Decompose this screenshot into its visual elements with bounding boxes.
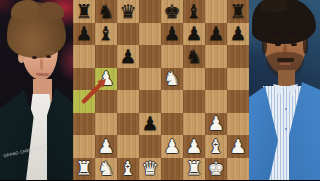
white-queen-d1: ♛ <box>141 159 158 178</box>
square-f1[interactable]: ♜ <box>183 158 205 181</box>
square-h3[interactable] <box>227 113 249 136</box>
square-b8[interactable]: ♞ <box>95 0 117 23</box>
square-e5[interactable]: ♞ <box>161 68 183 91</box>
square-c1[interactable]: ♝ <box>117 158 139 181</box>
square-b6[interactable] <box>95 45 117 68</box>
square-e1[interactable] <box>161 158 183 181</box>
square-c5[interactable] <box>117 68 139 91</box>
square-c4[interactable] <box>117 90 139 113</box>
square-b3[interactable] <box>95 113 117 136</box>
black-pawn-h7: ♟ <box>229 24 246 43</box>
video-frame: GRAND CHESS TOUR ♜♞♛♚♝♜♟♝♟♟♟♟♟♞♟♞♟♟♟♟♟♝♟… <box>0 0 320 180</box>
right-player-mustache <box>277 58 294 62</box>
square-d2[interactable] <box>139 135 161 158</box>
square-f5[interactable] <box>183 68 205 91</box>
white-rook-a1: ♜ <box>75 159 92 178</box>
square-h1[interactable] <box>227 158 249 181</box>
right-player-nose <box>283 45 287 57</box>
white-pawn-e2: ♟ <box>163 137 180 156</box>
shirt-button <box>285 108 287 110</box>
black-knight-f6: ♞ <box>185 47 202 66</box>
chess-board: ♜♞♛♚♝♜♟♝♟♟♟♟♟♞♟♞♟♟♟♟♟♝♟♜♞♝♛♜♚ <box>73 0 249 180</box>
white-rook-f1: ♜ <box>185 159 202 178</box>
square-b4[interactable] <box>95 90 117 113</box>
square-b5[interactable]: ♟ <box>95 68 117 91</box>
square-b2[interactable]: ♟ <box>95 135 117 158</box>
square-a8[interactable]: ♜ <box>73 0 95 23</box>
left-player-mouth <box>36 73 49 77</box>
white-knight-b1: ♞ <box>97 159 114 178</box>
board-area: ♜♞♛♚♝♜♟♝♟♟♟♟♟♞♟♞♟♟♟♟♟♝♟♜♞♝♛♜♚ <box>73 0 249 180</box>
black-rook-a8: ♜ <box>75 2 92 21</box>
square-c3[interactable] <box>117 113 139 136</box>
black-bishop-b7: ♝ <box>97 24 114 43</box>
black-pawn-g7: ♟ <box>207 24 224 43</box>
square-a7[interactable]: ♟ <box>73 23 95 46</box>
square-c8[interactable]: ♛ <box>117 0 139 23</box>
black-knight-b8: ♞ <box>97 2 114 21</box>
square-b7[interactable]: ♝ <box>95 23 117 46</box>
square-a2[interactable] <box>73 135 95 158</box>
square-g3[interactable]: ♟ <box>205 113 227 136</box>
square-d8[interactable] <box>139 0 161 23</box>
square-f8[interactable]: ♝ <box>183 0 205 23</box>
square-a1[interactable]: ♜ <box>73 158 95 181</box>
right-player-hair <box>252 0 316 44</box>
square-g6[interactable] <box>205 45 227 68</box>
black-king-e8: ♚ <box>163 2 180 21</box>
black-bishop-f8: ♝ <box>185 2 202 21</box>
square-a3[interactable] <box>73 113 95 136</box>
square-e4[interactable] <box>161 90 183 113</box>
white-bishop-c1: ♝ <box>119 159 136 178</box>
white-pawn-b2: ♟ <box>97 137 114 156</box>
right-player-eyebrow <box>289 37 299 41</box>
white-bishop-g2: ♝ <box>207 137 224 156</box>
square-h4[interactable] <box>227 90 249 113</box>
black-pawn-e7: ♟ <box>163 24 180 43</box>
left-player-eye <box>32 56 37 59</box>
square-d4[interactable] <box>139 90 161 113</box>
left-player-eye <box>46 55 51 58</box>
white-knight-e5: ♞ <box>163 69 180 88</box>
square-d3[interactable]: ♟ <box>139 113 161 136</box>
square-h2[interactable]: ♟ <box>227 135 249 158</box>
square-h6[interactable] <box>227 45 249 68</box>
square-c6[interactable]: ♟ <box>117 45 139 68</box>
square-g2[interactable]: ♝ <box>205 135 227 158</box>
white-pawn-b5: ♟ <box>97 69 114 88</box>
right-player-eye <box>275 43 281 46</box>
square-a6[interactable] <box>73 45 95 68</box>
square-e2[interactable]: ♟ <box>161 135 183 158</box>
square-h7[interactable]: ♟ <box>227 23 249 46</box>
black-queen-c8: ♛ <box>119 2 136 21</box>
white-pawn-f2: ♟ <box>185 137 202 156</box>
square-d1[interactable]: ♛ <box>139 158 161 181</box>
square-c7[interactable] <box>117 23 139 46</box>
square-c2[interactable] <box>117 135 139 158</box>
shirt-button <box>285 128 287 130</box>
square-e6[interactable] <box>161 45 183 68</box>
square-d5[interactable] <box>139 68 161 91</box>
square-g4[interactable] <box>205 90 227 113</box>
square-g5[interactable] <box>205 68 227 91</box>
white-pawn-h2: ♟ <box>229 137 246 156</box>
left-player-photo: GRAND CHESS TOUR <box>0 0 73 180</box>
square-e8[interactable]: ♚ <box>161 0 183 23</box>
square-f6[interactable]: ♞ <box>183 45 205 68</box>
square-f4[interactable] <box>183 90 205 113</box>
square-b1[interactable]: ♞ <box>95 158 117 181</box>
square-a5[interactable] <box>73 68 95 91</box>
square-d7[interactable] <box>139 23 161 46</box>
black-pawn-f7: ♟ <box>185 24 202 43</box>
square-h8[interactable]: ♜ <box>227 0 249 23</box>
square-a4[interactable] <box>73 90 95 113</box>
right-player-photo <box>249 0 320 180</box>
square-h5[interactable] <box>227 68 249 91</box>
black-pawn-a7: ♟ <box>75 24 92 43</box>
square-f2[interactable]: ♟ <box>183 135 205 158</box>
square-d6[interactable] <box>139 45 161 68</box>
right-player-mouth <box>280 63 291 65</box>
square-g7[interactable]: ♟ <box>205 23 227 46</box>
black-rook-h8: ♜ <box>229 2 246 21</box>
square-f7[interactable]: ♟ <box>183 23 205 46</box>
right-player-eye <box>291 43 297 46</box>
left-player-hair <box>7 2 66 58</box>
square-g8[interactable] <box>205 0 227 23</box>
white-pawn-g3: ♟ <box>207 114 224 133</box>
square-f3[interactable] <box>183 113 205 136</box>
square-e3[interactable] <box>161 113 183 136</box>
square-g1[interactable]: ♚ <box>205 158 227 181</box>
black-pawn-d3: ♟ <box>141 114 158 133</box>
black-pawn-c6: ♟ <box>119 47 136 66</box>
square-e7[interactable]: ♟ <box>161 23 183 46</box>
left-player-nose <box>40 59 43 70</box>
white-king-g1: ♚ <box>207 159 224 178</box>
